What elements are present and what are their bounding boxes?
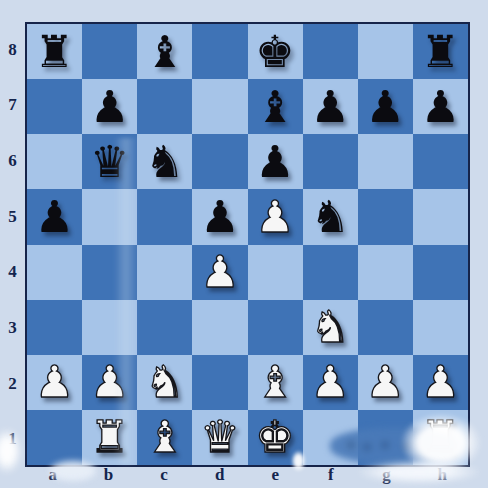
square-g3[interactable] — [358, 300, 413, 355]
square-h3[interactable] — [413, 300, 468, 355]
rank-label-2: 2 — [0, 356, 25, 412]
white-queen-d1: ♛ — [192, 410, 247, 465]
square-c7[interactable] — [137, 79, 192, 134]
square-g4[interactable] — [358, 245, 413, 300]
white-knight-f3: ♞ — [303, 300, 358, 355]
square-h7[interactable]: ♟ — [413, 79, 468, 134]
square-g1[interactable] — [358, 410, 413, 465]
square-b8[interactable] — [82, 24, 137, 79]
square-e6[interactable]: ♟ — [248, 134, 303, 189]
square-g2[interactable]: ♟ — [358, 355, 413, 410]
rank-label-5: 5 — [0, 189, 25, 245]
white-pawn-a2: ♟ — [27, 355, 82, 410]
white-pawn-e5: ♟ — [248, 189, 303, 244]
square-g5[interactable] — [358, 189, 413, 244]
square-c6[interactable]: ♞ — [137, 134, 192, 189]
rank-label-8: 8 — [0, 22, 25, 78]
square-d6[interactable] — [192, 134, 247, 189]
file-label-d: d — [192, 465, 248, 487]
square-d1[interactable]: ♛ — [192, 410, 247, 465]
black-queen-b6: ♛ — [82, 134, 137, 189]
chess-diagram: 87654321 ♜♝♚♜♟♝♟♟♟♛♞♟♟♟♟♞♟♞♟♟♞♝♟♟♟♜♝♛♚♜ … — [0, 0, 488, 488]
square-b3[interactable] — [82, 300, 137, 355]
square-g8[interactable] — [358, 24, 413, 79]
square-a3[interactable] — [27, 300, 82, 355]
white-bishop-c1: ♝ — [137, 410, 192, 465]
file-label-h: h — [414, 465, 470, 487]
square-c1[interactable]: ♝ — [137, 410, 192, 465]
square-c2[interactable]: ♞ — [137, 355, 192, 410]
square-b5[interactable] — [82, 189, 137, 244]
square-d2[interactable] — [192, 355, 247, 410]
white-knight-c2: ♞ — [137, 355, 192, 410]
white-pawn-g2: ♟ — [358, 355, 413, 410]
white-pawn-b2: ♟ — [82, 355, 137, 410]
black-knight-f5: ♞ — [303, 189, 358, 244]
rank-label-4: 4 — [0, 245, 25, 301]
square-f1[interactable] — [303, 410, 358, 465]
square-e3[interactable] — [248, 300, 303, 355]
square-d3[interactable] — [192, 300, 247, 355]
square-c8[interactable]: ♝ — [137, 24, 192, 79]
square-b2[interactable]: ♟ — [82, 355, 137, 410]
square-d7[interactable] — [192, 79, 247, 134]
square-h1[interactable]: ♜ — [413, 410, 468, 465]
black-bishop-c8: ♝ — [137, 24, 192, 79]
square-c3[interactable] — [137, 300, 192, 355]
square-c4[interactable] — [137, 245, 192, 300]
square-c5[interactable] — [137, 189, 192, 244]
square-d4[interactable]: ♟ — [192, 245, 247, 300]
black-pawn-e6: ♟ — [248, 134, 303, 189]
square-g6[interactable] — [358, 134, 413, 189]
square-f7[interactable]: ♟ — [303, 79, 358, 134]
square-h5[interactable] — [413, 189, 468, 244]
rank-label-3: 3 — [0, 300, 25, 356]
square-h2[interactable]: ♟ — [413, 355, 468, 410]
square-f2[interactable]: ♟ — [303, 355, 358, 410]
square-a7[interactable] — [27, 79, 82, 134]
square-a4[interactable] — [27, 245, 82, 300]
square-a2[interactable]: ♟ — [27, 355, 82, 410]
file-labels: abcdefgh — [25, 465, 470, 487]
square-b1[interactable]: ♜ — [82, 410, 137, 465]
square-h4[interactable] — [413, 245, 468, 300]
white-pawn-d4: ♟ — [192, 245, 247, 300]
square-f8[interactable] — [303, 24, 358, 79]
square-d5[interactable]: ♟ — [192, 189, 247, 244]
square-h8[interactable]: ♜ — [413, 24, 468, 79]
square-e5[interactable]: ♟ — [248, 189, 303, 244]
square-e1[interactable]: ♚ — [248, 410, 303, 465]
square-e4[interactable] — [248, 245, 303, 300]
file-label-g: g — [359, 465, 415, 487]
black-knight-c6: ♞ — [137, 134, 192, 189]
square-b4[interactable] — [82, 245, 137, 300]
rank-label-1: 1 — [0, 411, 25, 467]
white-rook-b1: ♜ — [82, 410, 137, 465]
black-pawn-a5: ♟ — [27, 189, 82, 244]
square-f5[interactable]: ♞ — [303, 189, 358, 244]
file-label-f: f — [303, 465, 359, 487]
square-d8[interactable] — [192, 24, 247, 79]
black-pawn-g7: ♟ — [358, 79, 413, 134]
square-f3[interactable]: ♞ — [303, 300, 358, 355]
rank-label-7: 7 — [0, 78, 25, 134]
square-g7[interactable]: ♟ — [358, 79, 413, 134]
square-f4[interactable] — [303, 245, 358, 300]
black-pawn-b7: ♟ — [82, 79, 137, 134]
square-a6[interactable] — [27, 134, 82, 189]
square-e2[interactable]: ♝ — [248, 355, 303, 410]
square-b7[interactable]: ♟ — [82, 79, 137, 134]
file-label-b: b — [81, 465, 137, 487]
rank-label-6: 6 — [0, 133, 25, 189]
chess-board: ♜♝♚♜♟♝♟♟♟♛♞♟♟♟♟♞♟♞♟♟♞♝♟♟♟♜♝♛♚♜ — [25, 22, 470, 467]
white-pawn-h2: ♟ — [413, 355, 468, 410]
file-label-e: e — [248, 465, 304, 487]
black-pawn-d5: ♟ — [192, 189, 247, 244]
white-bishop-e2: ♝ — [248, 355, 303, 410]
file-label-c: c — [136, 465, 192, 487]
square-a5[interactable]: ♟ — [27, 189, 82, 244]
black-bishop-e7: ♝ — [248, 79, 303, 134]
square-a1[interactable] — [27, 410, 82, 465]
square-f6[interactable] — [303, 134, 358, 189]
white-king-e1: ♚ — [248, 410, 303, 465]
black-rook-a8: ♜ — [27, 24, 82, 79]
white-rook-h1: ♜ — [413, 410, 468, 465]
black-pawn-f7: ♟ — [303, 79, 358, 134]
file-label-a: a — [25, 465, 81, 487]
black-pawn-h7: ♟ — [413, 79, 468, 134]
square-a8[interactable]: ♜ — [27, 24, 82, 79]
black-king-e8: ♚ — [248, 24, 303, 79]
white-pawn-f2: ♟ — [303, 355, 358, 410]
rank-labels: 87654321 — [0, 22, 25, 467]
square-e8[interactable]: ♚ — [248, 24, 303, 79]
square-b6[interactable]: ♛ — [82, 134, 137, 189]
square-e7[interactable]: ♝ — [248, 79, 303, 134]
square-h6[interactable] — [413, 134, 468, 189]
black-rook-h8: ♜ — [413, 24, 468, 79]
